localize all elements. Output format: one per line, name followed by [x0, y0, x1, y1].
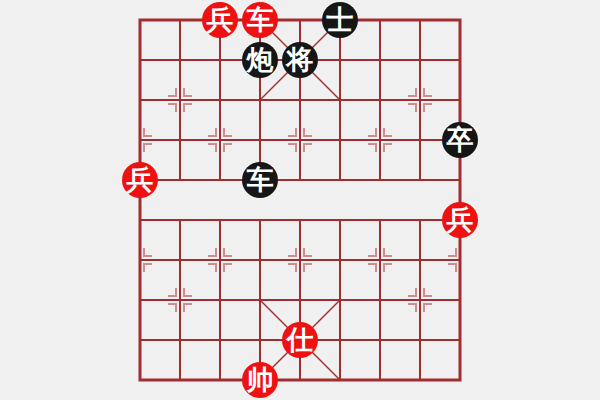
piece-glyph: 仕: [287, 326, 314, 353]
piece-red-soldier[interactable]: 兵: [442, 202, 478, 238]
piece-glyph: 车: [247, 166, 274, 193]
piece-glyph: 兵: [207, 6, 234, 33]
piece-black-cannon[interactable]: 炮: [242, 42, 278, 78]
piece-glyph: 车: [247, 6, 274, 33]
piece-red-chariot[interactable]: 车: [242, 2, 278, 38]
piece-red-soldier[interactable]: 兵: [122, 162, 158, 198]
piece-glyph: 卒: [447, 126, 474, 153]
piece-glyph: 帅: [247, 366, 274, 393]
piece-glyph: 兵: [127, 166, 154, 193]
piece-glyph: 将: [287, 46, 314, 73]
piece-black-general[interactable]: 将: [282, 42, 318, 78]
piece-black-soldier[interactable]: 卒: [442, 122, 478, 158]
xiangqi-screenshot: 兵车士炮将卒兵车兵仕帅: [0, 0, 600, 400]
piece-red-soldier[interactable]: 兵: [202, 2, 238, 38]
piece-black-chariot[interactable]: 车: [242, 162, 278, 198]
xiangqi-board[interactable]: 兵车士炮将卒兵车兵仕帅: [0, 0, 600, 400]
piece-black-advisor[interactable]: 士: [322, 2, 358, 38]
piece-glyph: 士: [327, 6, 354, 33]
piece-red-general[interactable]: 帅: [242, 362, 278, 398]
piece-glyph: 兵: [447, 206, 474, 233]
piece-red-advisor[interactable]: 仕: [282, 322, 318, 358]
piece-glyph: 炮: [247, 46, 274, 73]
